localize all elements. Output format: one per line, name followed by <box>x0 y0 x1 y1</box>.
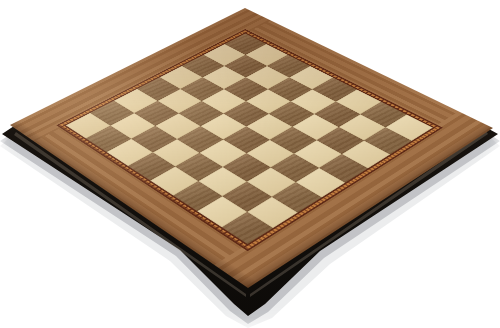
board-top-face <box>10 8 493 288</box>
product-photo-chess-board <box>0 0 500 328</box>
